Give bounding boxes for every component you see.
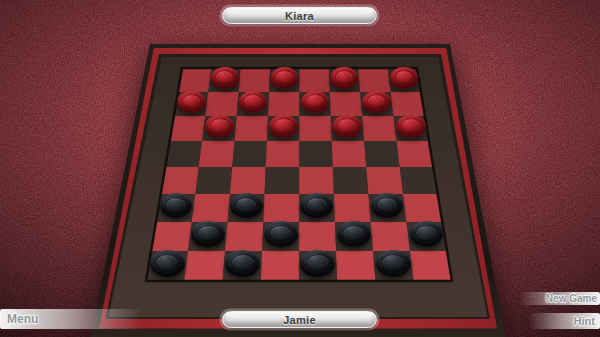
menu-button[interactable]: Menu bbox=[0, 309, 141, 329]
player-name-top-label: Kiara bbox=[285, 10, 314, 22]
player-name-bottom: Jamie bbox=[222, 311, 377, 328]
hint-button-label: Hint bbox=[574, 315, 595, 327]
new-game-button-label: New Game bbox=[546, 293, 597, 304]
menu-button-label: Menu bbox=[7, 312, 38, 326]
player-name-bottom-label: Jamie bbox=[283, 314, 316, 326]
game-window: Kiara Jamie Menu New Game Hint bbox=[0, 0, 600, 337]
new-game-button[interactable]: New Game bbox=[519, 292, 600, 305]
player-name-top: Kiara bbox=[222, 7, 377, 24]
hint-button[interactable]: Hint bbox=[529, 313, 600, 329]
